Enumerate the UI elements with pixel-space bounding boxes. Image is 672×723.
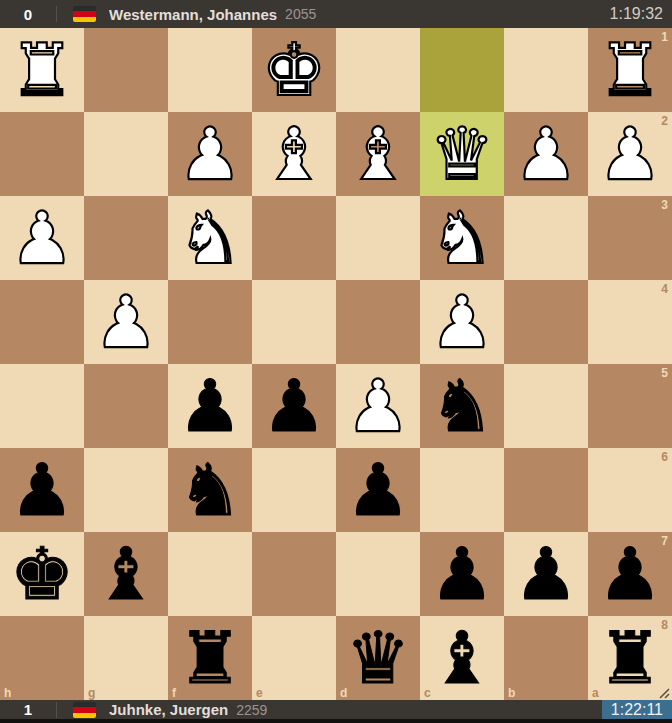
square-h2[interactable] [0, 112, 84, 196]
square-f2[interactable]: ♟ [168, 112, 252, 196]
rank-label-5: 5 [661, 367, 668, 379]
piece-white-pawn[interactable]: ♟ [514, 112, 579, 196]
piece-white-queen[interactable]: ♛ [430, 112, 495, 196]
square-h1[interactable]: ♜ [0, 28, 84, 112]
square-b1[interactable] [504, 28, 588, 112]
square-d4[interactable] [336, 280, 420, 364]
square-b2[interactable]: ♟ [504, 112, 588, 196]
rank-label-6: 6 [661, 451, 668, 463]
piece-black-pawn[interactable]: ♟ [430, 532, 495, 616]
square-d6[interactable]: ♟ [336, 448, 420, 532]
square-c2[interactable]: ♛ [420, 112, 504, 196]
square-e3[interactable] [252, 196, 336, 280]
square-h8[interactable]: h [0, 616, 84, 700]
rank-label-3: 3 [661, 199, 668, 211]
piece-black-bishop[interactable]: ♝ [430, 616, 495, 700]
square-b6[interactable] [504, 448, 588, 532]
square-b4[interactable] [504, 280, 588, 364]
german-flag-icon [73, 702, 96, 718]
file-label-c: c [424, 687, 431, 699]
square-f5[interactable]: ♟ [168, 364, 252, 448]
rank-label-2: 2 [661, 115, 668, 127]
rank-label-7: 7 [661, 535, 668, 547]
square-h7[interactable]: ♚ [0, 532, 84, 616]
piece-white-pawn[interactable]: ♟ [430, 280, 495, 364]
piece-black-queen[interactable]: ♛ [346, 616, 411, 700]
rank-label-4: 4 [661, 283, 668, 295]
square-c6[interactable] [420, 448, 504, 532]
square-g8[interactable]: g [84, 616, 168, 700]
square-e4[interactable] [252, 280, 336, 364]
square-g1[interactable] [84, 28, 168, 112]
square-a5[interactable]: 5 [588, 364, 672, 448]
square-f8[interactable]: ♜f [168, 616, 252, 700]
file-label-d: d [340, 687, 347, 699]
german-flag-icon [73, 6, 96, 22]
square-g6[interactable] [84, 448, 168, 532]
file-label-g: g [88, 687, 95, 699]
square-h4[interactable] [0, 280, 84, 364]
piece-white-rook[interactable]: ♜ [10, 28, 75, 112]
piece-black-king[interactable]: ♚ [10, 532, 75, 616]
piece-white-pawn[interactable]: ♟ [94, 280, 159, 364]
square-a1[interactable]: ♜1 [588, 28, 672, 112]
bottom-player-score: 1 [0, 701, 56, 718]
separator [56, 702, 57, 718]
square-h6[interactable]: ♟ [0, 448, 84, 532]
square-a7[interactable]: ♟7 [588, 532, 672, 616]
square-e6[interactable] [252, 448, 336, 532]
chess-board: ♜♚♜1♟♝♝♛♟♟2♟♞♞3♟♟4♟♟♟♞5♟♞♟6♚♝♟♟♟7hg♜fe♛d… [0, 28, 672, 700]
top-player-bar: 0 Westermann, Johannes 2055 1:19:32 [0, 0, 672, 28]
square-a6[interactable]: 6 [588, 448, 672, 532]
square-c7[interactable]: ♟ [420, 532, 504, 616]
square-e5[interactable]: ♟ [252, 364, 336, 448]
square-e1[interactable]: ♚ [252, 28, 336, 112]
piece-black-bishop[interactable]: ♝ [94, 532, 159, 616]
square-a2[interactable]: ♟2 [588, 112, 672, 196]
file-label-a: a [592, 687, 599, 699]
top-clock: 1:19:32 [601, 0, 672, 28]
square-f1[interactable] [168, 28, 252, 112]
square-f7[interactable] [168, 532, 252, 616]
piece-black-pawn[interactable]: ♟ [10, 448, 75, 532]
square-e7[interactable] [252, 532, 336, 616]
piece-white-bishop[interactable]: ♝ [262, 112, 327, 196]
square-d7[interactable] [336, 532, 420, 616]
square-c3[interactable]: ♞ [420, 196, 504, 280]
piece-black-pawn[interactable]: ♟ [598, 532, 663, 616]
top-player-score: 0 [0, 6, 56, 23]
file-label-h: h [4, 687, 11, 699]
square-c1[interactable] [420, 28, 504, 112]
square-f6[interactable]: ♞ [168, 448, 252, 532]
square-a3[interactable]: 3 [588, 196, 672, 280]
piece-white-knight[interactable]: ♞ [430, 196, 495, 280]
file-label-b: b [508, 687, 515, 699]
piece-black-knight[interactable]: ♞ [430, 364, 495, 448]
separator [56, 6, 57, 22]
piece-white-rook[interactable]: ♜ [598, 28, 663, 112]
piece-white-pawn[interactable]: ♟ [10, 196, 75, 280]
piece-white-bishop[interactable]: ♝ [346, 112, 411, 196]
square-d8[interactable]: ♛d [336, 616, 420, 700]
square-b8[interactable]: b [504, 616, 588, 700]
rank-label-8: 8 [661, 619, 668, 631]
bottom-clock: 1:22:11 [602, 700, 672, 719]
square-g7[interactable]: ♝ [84, 532, 168, 616]
piece-black-pawn[interactable]: ♟ [262, 364, 327, 448]
square-e2[interactable]: ♝ [252, 112, 336, 196]
square-g2[interactable] [84, 112, 168, 196]
square-d1[interactable] [336, 28, 420, 112]
top-player-name: Westermann, Johannes [109, 6, 277, 23]
square-g4[interactable]: ♟ [84, 280, 168, 364]
bottom-player-rating: 2259 [236, 702, 267, 718]
square-d3[interactable] [336, 196, 420, 280]
square-c5[interactable]: ♞ [420, 364, 504, 448]
square-c4[interactable]: ♟ [420, 280, 504, 364]
piece-black-pawn[interactable]: ♟ [178, 364, 243, 448]
square-g5[interactable] [84, 364, 168, 448]
square-g3[interactable] [84, 196, 168, 280]
piece-black-pawn[interactable]: ♟ [346, 448, 411, 532]
board-resize-handle-icon[interactable] [657, 686, 671, 700]
square-c8[interactable]: ♝c [420, 616, 504, 700]
bottom-player-name: Juhnke, Juergen [109, 701, 228, 718]
piece-black-knight[interactable]: ♞ [178, 448, 243, 532]
top-player-rating: 2055 [285, 6, 316, 22]
file-label-e: e [256, 687, 263, 699]
rank-label-1: 1 [661, 31, 668, 43]
piece-white-pawn[interactable]: ♟ [178, 112, 243, 196]
square-b5[interactable] [504, 364, 588, 448]
square-f3[interactable]: ♞ [168, 196, 252, 280]
piece-black-pawn[interactable]: ♟ [514, 532, 579, 616]
square-a4[interactable]: 4 [588, 280, 672, 364]
square-e8[interactable]: e [252, 616, 336, 700]
piece-black-rook[interactable]: ♜ [178, 616, 243, 700]
piece-white-pawn[interactable]: ♟ [346, 364, 411, 448]
piece-white-knight[interactable]: ♞ [178, 196, 243, 280]
square-f4[interactable] [168, 280, 252, 364]
piece-black-rook[interactable]: ♜ [598, 616, 663, 700]
piece-white-king[interactable]: ♚ [262, 28, 327, 112]
square-d5[interactable]: ♟ [336, 364, 420, 448]
square-d2[interactable]: ♝ [336, 112, 420, 196]
bottom-player-bar: 1 Juhnke, Juergen 2259 1:22:11 [0, 700, 672, 723]
square-b7[interactable]: ♟ [504, 532, 588, 616]
square-b3[interactable] [504, 196, 588, 280]
file-label-f: f [172, 687, 176, 699]
piece-white-pawn[interactable]: ♟ [598, 112, 663, 196]
square-h3[interactable]: ♟ [0, 196, 84, 280]
square-h5[interactable] [0, 364, 84, 448]
